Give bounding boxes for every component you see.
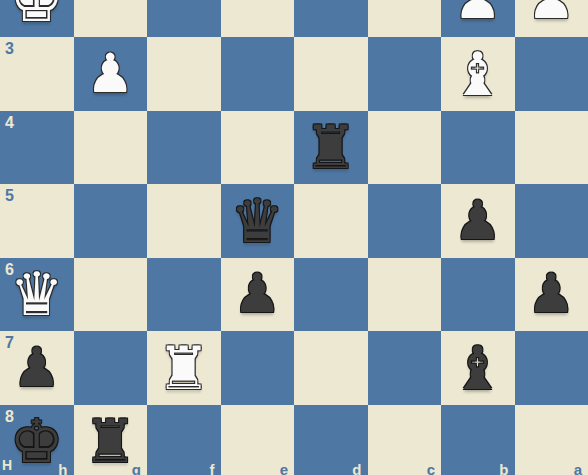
- piece-white-rook[interactable]: ♜: [147, 331, 221, 405]
- square-a8[interactable]: a: [515, 405, 588, 475]
- piece-white-king[interactable]: ♚: [0, 0, 74, 37]
- file-label-f: f: [210, 461, 215, 475]
- piece-white-pawn[interactable]: ♟: [515, 0, 588, 37]
- piece-black-king[interactable]: ♚: [0, 405, 74, 475]
- square-c8[interactable]: c: [368, 405, 442, 475]
- file-label-a: a: [574, 461, 582, 475]
- square-e3[interactable]: [221, 37, 295, 111]
- piece-black-pawn[interactable]: ♟: [0, 331, 74, 405]
- square-h5[interactable]: 5: [0, 184, 74, 258]
- square-g7[interactable]: [74, 331, 148, 405]
- square-b2[interactable]: ♟: [441, 0, 515, 37]
- rank-label-5: 5: [5, 187, 14, 205]
- square-g8[interactable]: g♜: [74, 405, 148, 475]
- square-h4[interactable]: 4: [0, 111, 74, 185]
- square-c7[interactable]: [368, 331, 442, 405]
- square-a3[interactable]: [515, 37, 588, 111]
- square-h6[interactable]: 6♛: [0, 258, 74, 332]
- square-b3[interactable]: ♝: [441, 37, 515, 111]
- square-c3[interactable]: [368, 37, 442, 111]
- file-label-c: c: [427, 461, 435, 475]
- file-label-e: e: [280, 461, 288, 475]
- square-c4[interactable]: [368, 111, 442, 185]
- square-d6[interactable]: [294, 258, 368, 332]
- rank-label-3: 3: [5, 40, 14, 58]
- square-e7[interactable]: [221, 331, 295, 405]
- chess-board-viewport: 12♚♟♟3♟♝4♜5♛♟6♛♟♟7♟♜♝8hH♚g♜fedcba: [0, 0, 588, 475]
- square-d7[interactable]: [294, 331, 368, 405]
- square-c2[interactable]: [368, 0, 442, 37]
- square-e5[interactable]: ♛: [221, 184, 295, 258]
- square-c6[interactable]: [368, 258, 442, 332]
- piece-black-rook[interactable]: ♜: [294, 111, 368, 185]
- piece-black-pawn[interactable]: ♟: [221, 258, 295, 332]
- square-f6[interactable]: [147, 258, 221, 332]
- piece-white-pawn[interactable]: ♟: [74, 37, 148, 111]
- square-h3[interactable]: 3: [0, 37, 74, 111]
- square-h7[interactable]: 7♟: [0, 331, 74, 405]
- piece-black-queen[interactable]: ♛: [221, 184, 295, 258]
- square-e2[interactable]: [221, 0, 295, 37]
- square-h2[interactable]: 2♚: [0, 0, 74, 37]
- square-g3[interactable]: ♟: [74, 37, 148, 111]
- square-g4[interactable]: [74, 111, 148, 185]
- square-f4[interactable]: [147, 111, 221, 185]
- square-d2[interactable]: [294, 0, 368, 37]
- square-b6[interactable]: [441, 258, 515, 332]
- square-g6[interactable]: [74, 258, 148, 332]
- chess-board: 12♚♟♟3♟♝4♜5♛♟6♛♟♟7♟♜♝8hH♚g♜fedcba: [0, 0, 588, 475]
- square-c5[interactable]: [368, 184, 442, 258]
- piece-black-pawn[interactable]: ♟: [441, 184, 515, 258]
- square-a2[interactable]: ♟: [515, 0, 588, 37]
- square-d5[interactable]: [294, 184, 368, 258]
- piece-white-pawn[interactable]: ♟: [441, 0, 515, 37]
- square-e4[interactable]: [221, 111, 295, 185]
- square-f2[interactable]: [147, 0, 221, 37]
- square-g2[interactable]: [74, 0, 148, 37]
- square-g5[interactable]: [74, 184, 148, 258]
- square-a5[interactable]: [515, 184, 588, 258]
- rank-label-4: 4: [5, 114, 14, 132]
- piece-white-queen[interactable]: ♛: [0, 258, 74, 332]
- square-b4[interactable]: [441, 111, 515, 185]
- square-a6[interactable]: ♟: [515, 258, 588, 332]
- square-f5[interactable]: [147, 184, 221, 258]
- square-a7[interactable]: [515, 331, 588, 405]
- square-e6[interactable]: ♟: [221, 258, 295, 332]
- file-label-d: d: [352, 461, 361, 475]
- square-b8[interactable]: b: [441, 405, 515, 475]
- square-a4[interactable]: [515, 111, 588, 185]
- file-label-b: b: [499, 461, 508, 475]
- square-h8[interactable]: 8hH♚: [0, 405, 74, 475]
- square-d8[interactable]: d: [294, 405, 368, 475]
- piece-black-bishop[interactable]: ♝: [441, 331, 515, 405]
- piece-white-bishop[interactable]: ♝: [441, 37, 515, 111]
- square-e8[interactable]: e: [221, 405, 295, 475]
- piece-black-pawn[interactable]: ♟: [515, 258, 588, 332]
- square-d3[interactable]: [294, 37, 368, 111]
- square-b5[interactable]: ♟: [441, 184, 515, 258]
- square-d4[interactable]: ♜: [294, 111, 368, 185]
- square-f7[interactable]: ♜: [147, 331, 221, 405]
- square-f3[interactable]: [147, 37, 221, 111]
- square-b7[interactable]: ♝: [441, 331, 515, 405]
- square-f8[interactable]: f: [147, 405, 221, 475]
- piece-black-rook[interactable]: ♜: [74, 405, 148, 475]
